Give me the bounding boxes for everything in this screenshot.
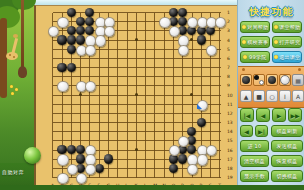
marker-tool-4[interactable]: I (279, 90, 291, 102)
black-stone[interactable] (85, 17, 94, 26)
black-stone-tool[interactable] (240, 74, 252, 86)
black-stone[interactable] (67, 63, 76, 72)
coord-number: 8 (227, 74, 230, 79)
black-stone[interactable] (57, 35, 66, 44)
white-stone[interactable] (85, 81, 96, 92)
coord-number: 17 (227, 157, 233, 162)
step-back-button[interactable]: ◀ (256, 108, 270, 122)
black-stone[interactable] (76, 35, 85, 44)
quick-button-4[interactable]: 打开研究 (272, 36, 302, 48)
marker-tool-2[interactable]: ■ (253, 90, 265, 102)
grid-line-horizontal (53, 104, 221, 105)
app-window: 自助对弈 ABCDEFGHJKLMNOPQRST1234567891011121… (0, 0, 304, 190)
grid-line-vertical (219, 13, 220, 179)
button-icon (242, 40, 246, 44)
coord-number: 9 (227, 83, 230, 88)
green-orb-decoration (24, 147, 41, 164)
white-stone[interactable] (67, 164, 78, 175)
button-icon (243, 55, 247, 59)
forward-ten-button[interactable]: ▶| (255, 125, 268, 137)
window-bottom-strip (0, 185, 304, 190)
tool-tray: ▦▲■○IA (238, 66, 304, 108)
black-stone-tool-2[interactable] (266, 74, 278, 86)
button-icon (274, 25, 278, 29)
action-button-3[interactable]: 清空棋盘 (240, 155, 269, 167)
black-stone[interactable] (85, 26, 94, 35)
quick-panel-title: 快捷功能 (238, 5, 304, 19)
white-stone[interactable] (57, 17, 68, 28)
black-stone[interactable] (57, 145, 66, 154)
action-button-1[interactable]: 进 10 (240, 140, 269, 152)
grid-line-horizontal (53, 122, 221, 123)
white-stone[interactable] (85, 45, 96, 56)
monkey-figure (18, 66, 27, 78)
self-play-label[interactable]: 自助对弈 (2, 169, 34, 175)
go-to-start-button[interactable]: |◀ (240, 108, 254, 122)
button-icon (274, 55, 278, 59)
action-button-5[interactable]: 显示手数 (240, 170, 269, 182)
white-stone[interactable] (159, 17, 170, 28)
marker-tool-3[interactable]: ○ (266, 90, 278, 102)
grid-line-horizontal (53, 113, 221, 114)
marker-tool-5[interactable]: A (292, 90, 304, 102)
white-stone-tool[interactable] (279, 74, 291, 86)
star-point (79, 93, 82, 96)
white-stone[interactable] (197, 154, 208, 165)
black-stone[interactable] (85, 8, 94, 17)
giraffe-spot (13, 56, 15, 58)
coord-number: 19 (227, 175, 233, 180)
black-stone[interactable] (178, 8, 187, 17)
black-stone[interactable] (169, 164, 178, 173)
button-icon (242, 25, 246, 29)
last-move-marker (197, 104, 202, 109)
white-stone[interactable] (95, 35, 106, 46)
quick-panel: 快捷功能 对局帮助课堂帮助棋校赛事打开研究99学院退出课堂 ▦▲■○IA |◀◀… (237, 0, 304, 190)
coord-number: 18 (227, 166, 233, 171)
black-stone[interactable] (67, 45, 76, 54)
coord-number: 11 (227, 102, 233, 107)
white-stone[interactable] (169, 26, 180, 37)
quick-button-3[interactable]: 棋校赛事 (240, 36, 270, 48)
quick-button-label: 打开研究 (279, 39, 300, 45)
coord-number: 12 (227, 111, 233, 116)
flower (15, 88, 18, 91)
quick-button-6[interactable]: 退出课堂 (272, 51, 302, 63)
quick-button-5[interactable]: 99学院 (240, 51, 270, 63)
coord-number: 4 (227, 38, 230, 43)
black-stone[interactable] (104, 154, 113, 163)
giraffe-head (13, 34, 18, 38)
flower (11, 92, 14, 95)
black-stone[interactable] (178, 154, 187, 163)
board-refresh-button[interactable]: 棋盘刷新 (271, 125, 303, 137)
quick-button-label: 课堂帮助 (279, 24, 300, 30)
quick-button-label: 对局帮助 (247, 24, 268, 30)
grid-line-vertical (154, 13, 155, 179)
black-stone[interactable] (57, 63, 66, 72)
white-stone-icon (280, 75, 290, 85)
black-stone[interactable] (187, 145, 196, 154)
grid-line-vertical (164, 13, 165, 179)
flower (10, 85, 13, 88)
coord-number: 16 (227, 148, 233, 153)
marker-tool-1[interactable]: ▲ (240, 90, 252, 102)
black-stone-icon (268, 76, 276, 84)
coord-number: 15 (227, 138, 233, 143)
quick-button-label: 99学院 (249, 54, 267, 60)
coord-number: 5 (227, 47, 230, 52)
go-to-end-button[interactable]: ▶▶ (288, 108, 302, 122)
white-stone[interactable] (76, 173, 87, 184)
white-stone[interactable] (206, 145, 217, 156)
white-stone[interactable] (57, 173, 68, 184)
white-stone[interactable] (187, 164, 198, 175)
black-stone[interactable] (76, 145, 85, 154)
giraffe-spot (9, 54, 11, 56)
black-stone[interactable] (197, 118, 206, 127)
white-stone[interactable] (206, 45, 217, 56)
coord-number: 1 (227, 10, 230, 15)
quick-button-1[interactable]: 对局帮助 (240, 21, 270, 33)
quick-button-label: 棋校赛事 (247, 39, 268, 45)
coord-number: 13 (227, 120, 233, 125)
black-stone[interactable] (67, 8, 76, 17)
go-board[interactable]: ABCDEFGHJKLMNOPQRST123456789101112131415… (34, 5, 239, 187)
black-stone[interactable] (67, 35, 76, 44)
step-forward-button[interactable]: ▶ (272, 108, 286, 122)
coord-number: 14 (227, 129, 233, 134)
black-stone[interactable] (197, 35, 206, 44)
action-button-4[interactable]: 恢复棋盘 (271, 155, 303, 167)
black-stone[interactable] (178, 17, 187, 26)
action-button-6[interactable]: 切换棋盘 (271, 170, 303, 182)
coord-number: 7 (227, 65, 230, 70)
black-stone[interactable] (67, 26, 76, 35)
quick-button-2[interactable]: 课堂帮助 (272, 21, 302, 33)
black-stone[interactable] (76, 17, 85, 26)
coord-number: 3 (227, 28, 230, 33)
black-stone[interactable] (187, 127, 196, 136)
back-ten-button[interactable]: ◀ (240, 125, 253, 137)
coord-number: 2 (227, 19, 230, 24)
giraffe-body (6, 52, 18, 60)
black-stone-icon (242, 76, 250, 84)
coord-number: 10 (227, 93, 233, 98)
tray-knob (298, 68, 301, 71)
quick-button-label: 退出课堂 (279, 54, 300, 60)
black-stone[interactable] (76, 26, 85, 35)
paired-stones-tool[interactable] (253, 74, 265, 86)
black-stone[interactable] (169, 8, 178, 17)
grid-line-vertical (145, 13, 146, 179)
coord-number: 6 (227, 56, 230, 61)
white-stone[interactable] (57, 154, 68, 165)
white-stone[interactable] (178, 45, 189, 56)
button-icon (274, 40, 278, 44)
black-stone[interactable] (67, 145, 76, 154)
paired-stones-icon (254, 75, 264, 85)
star-point (135, 148, 138, 151)
tray-knob (242, 68, 245, 71)
grid-erase-tool[interactable]: ▦ (292, 74, 304, 86)
black-stone[interactable] (76, 154, 85, 163)
white-stone[interactable] (215, 17, 226, 28)
action-button-2[interactable]: 发送棋盘 (271, 140, 303, 152)
white-stone[interactable] (85, 164, 96, 175)
white-stone[interactable] (104, 26, 115, 37)
white-stone[interactable] (57, 81, 68, 92)
